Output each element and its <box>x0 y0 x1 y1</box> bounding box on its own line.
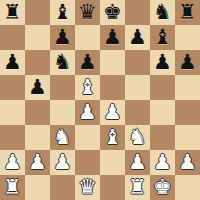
square-g6[interactable]: ♟ <box>150 50 175 75</box>
white-rook[interactable]: ♜ <box>128 175 147 200</box>
square-a4[interactable] <box>0 100 25 125</box>
square-g3[interactable] <box>150 125 175 150</box>
square-b8[interactable] <box>25 0 50 25</box>
square-a5[interactable] <box>0 75 25 100</box>
square-f2[interactable]: ♟ <box>125 150 150 175</box>
square-b5[interactable]: ♟ <box>25 75 50 100</box>
black-pawn[interactable]: ♟ <box>78 50 97 75</box>
square-a8[interactable]: ♜ <box>0 0 25 25</box>
square-d1[interactable]: ♛ <box>75 175 100 200</box>
square-g7[interactable]: ♝ <box>150 25 175 50</box>
white-king[interactable]: ♚ <box>153 175 172 200</box>
black-pawn[interactable]: ♟ <box>128 25 147 50</box>
square-e6[interactable] <box>100 50 125 75</box>
square-h3[interactable] <box>175 125 200 150</box>
square-h6[interactable]: ♟ <box>175 50 200 75</box>
square-g4[interactable] <box>150 100 175 125</box>
black-rook[interactable]: ♜ <box>3 0 22 25</box>
black-king[interactable]: ♚ <box>103 0 122 25</box>
square-e2[interactable] <box>100 150 125 175</box>
black-rook[interactable]: ♜ <box>178 0 197 25</box>
square-f6[interactable] <box>125 50 150 75</box>
white-pawn[interactable]: ♟ <box>3 150 22 175</box>
square-e8[interactable]: ♚ <box>100 0 125 25</box>
square-d2[interactable] <box>75 150 100 175</box>
white-pawn[interactable]: ♟ <box>28 150 47 175</box>
square-f7[interactable]: ♟ <box>125 25 150 50</box>
black-pawn[interactable]: ♟ <box>178 50 197 75</box>
square-e4[interactable]: ♟ <box>100 100 125 125</box>
square-f3[interactable]: ♞ <box>125 125 150 150</box>
square-b2[interactable]: ♟ <box>25 150 50 175</box>
square-e3[interactable]: ♝ <box>100 125 125 150</box>
white-bishop[interactable]: ♝ <box>78 75 97 100</box>
square-h8[interactable]: ♜ <box>175 0 200 25</box>
square-d5[interactable]: ♝ <box>75 75 100 100</box>
square-g8[interactable]: ♞ <box>150 0 175 25</box>
square-h2[interactable]: ♟ <box>175 150 200 175</box>
chess-board: ♜♝♛♚♞♜♟♟♟♝♟♞♟♟♟♟♝♟♟♞♝♞♟♟♟♟♟♟♜♛♜♚ <box>0 0 200 200</box>
white-queen[interactable]: ♛ <box>78 175 97 200</box>
white-pawn[interactable]: ♟ <box>128 150 147 175</box>
square-a6[interactable]: ♟ <box>0 50 25 75</box>
black-pawn[interactable]: ♟ <box>103 25 122 50</box>
square-g2[interactable]: ♟ <box>150 150 175 175</box>
black-pawn[interactable]: ♟ <box>53 25 72 50</box>
square-f1[interactable]: ♜ <box>125 175 150 200</box>
black-pawn[interactable]: ♟ <box>153 50 172 75</box>
square-e7[interactable]: ♟ <box>100 25 125 50</box>
square-b1[interactable] <box>25 175 50 200</box>
square-f5[interactable] <box>125 75 150 100</box>
square-d7[interactable] <box>75 25 100 50</box>
square-d8[interactable]: ♛ <box>75 0 100 25</box>
white-pawn[interactable]: ♟ <box>53 150 72 175</box>
square-e1[interactable] <box>100 175 125 200</box>
square-c2[interactable]: ♟ <box>50 150 75 175</box>
black-bishop[interactable]: ♝ <box>53 0 72 25</box>
square-g1[interactable]: ♚ <box>150 175 175 200</box>
white-knight[interactable]: ♞ <box>128 125 147 150</box>
white-pawn[interactable]: ♟ <box>78 100 97 125</box>
black-knight[interactable]: ♞ <box>53 50 72 75</box>
square-a7[interactable] <box>0 25 25 50</box>
square-c5[interactable] <box>50 75 75 100</box>
square-c3[interactable]: ♞ <box>50 125 75 150</box>
black-knight[interactable]: ♞ <box>153 0 172 25</box>
square-d3[interactable] <box>75 125 100 150</box>
square-b6[interactable] <box>25 50 50 75</box>
square-h4[interactable] <box>175 100 200 125</box>
white-pawn[interactable]: ♟ <box>153 150 172 175</box>
square-h7[interactable] <box>175 25 200 50</box>
square-b4[interactable] <box>25 100 50 125</box>
square-e5[interactable] <box>100 75 125 100</box>
square-h5[interactable] <box>175 75 200 100</box>
square-c1[interactable] <box>50 175 75 200</box>
square-c7[interactable]: ♟ <box>50 25 75 50</box>
square-g5[interactable] <box>150 75 175 100</box>
square-a1[interactable]: ♜ <box>0 175 25 200</box>
square-f8[interactable] <box>125 0 150 25</box>
square-b3[interactable] <box>25 125 50 150</box>
black-bishop[interactable]: ♝ <box>153 25 172 50</box>
white-pawn[interactable]: ♟ <box>178 150 197 175</box>
black-pawn[interactable]: ♟ <box>3 50 22 75</box>
white-rook[interactable]: ♜ <box>3 175 22 200</box>
square-d4[interactable]: ♟ <box>75 100 100 125</box>
square-c6[interactable]: ♞ <box>50 50 75 75</box>
square-d6[interactable]: ♟ <box>75 50 100 75</box>
square-c4[interactable] <box>50 100 75 125</box>
square-c8[interactable]: ♝ <box>50 0 75 25</box>
black-queen[interactable]: ♛ <box>78 0 97 25</box>
square-a2[interactable]: ♟ <box>0 150 25 175</box>
square-b7[interactable] <box>25 25 50 50</box>
square-a3[interactable] <box>0 125 25 150</box>
white-bishop[interactable]: ♝ <box>103 125 122 150</box>
square-h1[interactable] <box>175 175 200 200</box>
square-f4[interactable] <box>125 100 150 125</box>
white-pawn[interactable]: ♟ <box>103 100 122 125</box>
black-pawn[interactable]: ♟ <box>28 75 47 100</box>
white-knight[interactable]: ♞ <box>53 125 72 150</box>
